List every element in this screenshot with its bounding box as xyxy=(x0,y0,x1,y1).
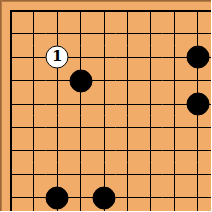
board-cell xyxy=(163,116,186,139)
board-cell xyxy=(92,139,115,162)
board-cell xyxy=(92,46,115,69)
board-cell xyxy=(139,186,162,209)
board-cell xyxy=(22,69,45,92)
board-cell xyxy=(69,139,92,162)
board-cell xyxy=(139,116,162,139)
board-cell xyxy=(163,22,186,45)
board-cell xyxy=(209,116,211,139)
board-cell xyxy=(163,92,186,115)
white-stone: 1 xyxy=(46,46,69,69)
board-cell xyxy=(139,69,162,92)
board-cell xyxy=(139,163,162,186)
board-cell xyxy=(139,209,162,211)
board-cell xyxy=(186,186,209,209)
board-cell xyxy=(116,209,139,211)
board-cell xyxy=(92,163,115,186)
board-cell xyxy=(22,116,45,139)
black-stone xyxy=(69,69,92,92)
board-cell xyxy=(186,69,209,92)
go-board: 1 xyxy=(0,0,211,211)
board-edge-line-left xyxy=(10,10,12,212)
black-stone xyxy=(186,93,209,116)
board-cell xyxy=(116,186,139,209)
board-cell xyxy=(46,209,69,211)
board-outer-frame-left xyxy=(0,0,2,211)
board-cell xyxy=(186,139,209,162)
black-stone xyxy=(46,186,69,209)
board-cell xyxy=(92,69,115,92)
board-cell xyxy=(92,209,115,211)
board-cell xyxy=(69,69,92,92)
board-cell xyxy=(92,22,115,45)
board-cell xyxy=(116,46,139,69)
board-cell xyxy=(163,69,186,92)
board-cell xyxy=(209,92,211,115)
board-cell xyxy=(69,186,92,209)
board-cell xyxy=(186,46,209,69)
board-cell xyxy=(209,46,211,69)
board-cell xyxy=(186,209,209,211)
board-cell xyxy=(186,22,209,45)
board-cell xyxy=(92,92,115,115)
board-cell xyxy=(69,46,92,69)
board-cell xyxy=(22,163,45,186)
black-stone xyxy=(93,186,116,209)
board-cell xyxy=(186,116,209,139)
board-cell xyxy=(46,186,69,209)
board-cell xyxy=(46,22,69,45)
board-cell xyxy=(46,163,69,186)
board-cell xyxy=(116,69,139,92)
board-grid: 1 xyxy=(0,0,211,211)
board-cell xyxy=(69,22,92,45)
board-cell xyxy=(69,163,92,186)
board-cell xyxy=(69,116,92,139)
board-cell xyxy=(209,163,211,186)
board-cell xyxy=(22,92,45,115)
board-cell xyxy=(209,209,211,211)
board-cell xyxy=(22,186,45,209)
board-cell xyxy=(92,186,115,209)
board-edge-line-top xyxy=(10,10,212,12)
board-cell xyxy=(69,209,92,211)
board-cell xyxy=(209,22,211,45)
board-cell xyxy=(139,46,162,69)
board-cell xyxy=(116,92,139,115)
board-cell xyxy=(163,186,186,209)
board-cell xyxy=(139,92,162,115)
board-cell xyxy=(116,116,139,139)
board-cell xyxy=(163,163,186,186)
board-cell: 1 xyxy=(46,46,69,69)
board-cell xyxy=(139,22,162,45)
board-cell xyxy=(163,209,186,211)
board-cell xyxy=(209,186,211,209)
board-cell xyxy=(22,209,45,211)
board-cell xyxy=(46,69,69,92)
board-cell xyxy=(116,163,139,186)
board-cell xyxy=(163,139,186,162)
board-cell xyxy=(209,69,211,92)
stone-label: 1 xyxy=(52,49,62,64)
board-cell xyxy=(69,92,92,115)
board-cell xyxy=(186,92,209,115)
board-cell xyxy=(163,46,186,69)
board-cell xyxy=(92,116,115,139)
board-cell xyxy=(116,22,139,45)
board-cell xyxy=(46,139,69,162)
board-cell xyxy=(209,139,211,162)
board-cell xyxy=(46,116,69,139)
black-stone xyxy=(186,46,209,69)
board-cell xyxy=(22,139,45,162)
board-cell xyxy=(139,139,162,162)
board-cell xyxy=(116,139,139,162)
board-cell xyxy=(22,22,45,45)
board-cell xyxy=(46,92,69,115)
board-outer-frame-top xyxy=(0,0,211,2)
board-cell xyxy=(22,46,45,69)
board-cell xyxy=(186,163,209,186)
